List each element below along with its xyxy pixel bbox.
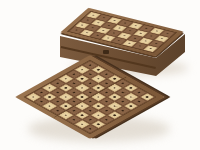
peg-hole bbox=[96, 114, 100, 116]
peg-hole bbox=[113, 20, 116, 21]
box-clasp bbox=[103, 50, 109, 54]
peg-hole bbox=[124, 22, 127, 23]
peg-hole bbox=[134, 38, 137, 39]
peg-hole bbox=[104, 119, 108, 121]
peg-hole bbox=[166, 33, 169, 34]
peg-hole bbox=[80, 96, 84, 98]
peg-hole bbox=[86, 32, 89, 33]
peg-hole bbox=[88, 64, 92, 66]
peg-hole bbox=[39, 91, 43, 93]
lid-square bbox=[143, 45, 159, 53]
pawn-glyph: ♟ bbox=[110, 98, 118, 107]
peg-hole bbox=[102, 17, 105, 18]
peg-hole bbox=[129, 30, 132, 31]
peg-hole bbox=[112, 32, 115, 33]
peg-hole bbox=[80, 105, 84, 107]
peg-hole bbox=[88, 73, 92, 75]
peg-hole bbox=[104, 110, 108, 112]
peg-hole bbox=[145, 28, 148, 29]
bishop-glyph: ♝ bbox=[84, 80, 96, 93]
peg-hole bbox=[96, 35, 99, 36]
peg-hole bbox=[56, 110, 60, 112]
peg-hole bbox=[64, 114, 68, 116]
peg-hole bbox=[149, 48, 152, 49]
peg-hole bbox=[48, 105, 52, 107]
peg-hole bbox=[102, 30, 105, 31]
peg-hole bbox=[96, 87, 100, 89]
chess-set-photo: ♜♟♟♚♛♟♝♟♜♛♟♚♝♟♞ bbox=[0, 0, 200, 150]
peg-hole bbox=[96, 123, 100, 125]
peg-hole bbox=[121, 110, 125, 112]
peg-hole bbox=[134, 25, 137, 26]
peg-hole bbox=[96, 69, 100, 71]
king-glyph: ♚ bbox=[58, 81, 73, 98]
peg-hole bbox=[129, 105, 133, 107]
peg-hole bbox=[88, 128, 92, 130]
peg-hole bbox=[81, 24, 84, 25]
pawn-glyph: ♟ bbox=[94, 98, 102, 107]
peg-hole bbox=[39, 101, 43, 103]
peg-hole bbox=[31, 96, 35, 98]
king-glyph: ♚ bbox=[107, 81, 122, 98]
peg-hole bbox=[75, 29, 78, 30]
peg-hole bbox=[145, 96, 149, 98]
peg-hole bbox=[107, 37, 110, 38]
peg-hole bbox=[80, 114, 84, 116]
peg-hole bbox=[113, 114, 117, 116]
peg-hole bbox=[121, 101, 125, 103]
peg-hole bbox=[144, 40, 147, 41]
peg-hole bbox=[88, 110, 92, 112]
peg-hole bbox=[128, 43, 131, 44]
peg-hole bbox=[117, 40, 120, 41]
knight-glyph: ♞ bbox=[125, 86, 136, 98]
peg-hole bbox=[91, 27, 94, 28]
rook-glyph: ♜ bbox=[69, 101, 79, 112]
rook-glyph: ♜ bbox=[77, 60, 87, 71]
peg-hole bbox=[137, 91, 141, 93]
peg-hole bbox=[107, 25, 110, 26]
peg-hole bbox=[123, 35, 126, 36]
pawn-glyph: ♟ bbox=[45, 89, 53, 98]
peg-hole bbox=[104, 101, 108, 103]
peg-hole bbox=[160, 38, 163, 39]
peg-hole bbox=[139, 33, 142, 34]
peg-hole bbox=[137, 101, 141, 103]
peg-hole bbox=[118, 27, 121, 28]
peg-hole bbox=[88, 101, 92, 103]
peg-hole bbox=[97, 22, 100, 23]
peg-hole bbox=[86, 19, 89, 20]
peg-hole bbox=[155, 43, 158, 44]
peg-hole bbox=[155, 30, 158, 31]
peg-hole bbox=[56, 101, 60, 103]
peg-hole bbox=[138, 45, 141, 46]
peg-hole bbox=[72, 119, 76, 121]
peg-hole bbox=[96, 78, 100, 80]
peg-hole bbox=[88, 119, 92, 121]
peg-hole bbox=[92, 14, 95, 15]
peg-hole bbox=[150, 35, 153, 36]
peg-hole bbox=[80, 123, 84, 125]
